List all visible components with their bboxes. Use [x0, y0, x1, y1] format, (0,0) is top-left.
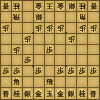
square-r5-c5[interactable]: 歩 [45, 45, 56, 56]
square-r2-c7[interactable] [66, 12, 77, 23]
piece-pawn-top[interactable]: 歩 [56, 23, 65, 33]
square-r6-c9[interactable] [88, 55, 99, 66]
square-r4-c1[interactable] [1, 34, 12, 45]
square-r6-c4[interactable] [34, 55, 45, 66]
square-r6-c8[interactable] [77, 55, 88, 66]
piece-pawn-top[interactable]: 歩 [12, 45, 21, 55]
square-r3-c6[interactable]: 歩 [55, 23, 66, 34]
square-r9-c9[interactable]: 香 [88, 88, 99, 99]
square-r6-c6[interactable] [55, 55, 66, 66]
square-r5-c7[interactable] [66, 45, 77, 56]
square-r6-c7[interactable] [66, 55, 77, 66]
piece-pawn-bottom[interactable]: 歩 [78, 66, 87, 76]
piece-pawn-bottom[interactable]: 歩 [45, 45, 54, 55]
square-r7-c3[interactable] [23, 66, 34, 77]
piece-silver-top[interactable]: 銀 [34, 12, 43, 22]
square-r8-c2[interactable]: 角 [12, 77, 23, 88]
square-r6-c3[interactable]: 歩 [23, 55, 34, 66]
piece-pawn-bottom[interactable]: 歩 [56, 66, 65, 76]
square-r4-c4[interactable] [34, 34, 45, 45]
square-r2-c1[interactable] [1, 12, 12, 23]
square-r3-c1[interactable]: 歩 [1, 23, 12, 34]
square-r7-c2[interactable]: 歩 [12, 66, 23, 77]
piece-pawn-top[interactable]: 歩 [23, 34, 32, 44]
piece-silver-bottom[interactable]: 銀 [23, 89, 32, 99]
square-r6-c1[interactable] [1, 55, 12, 66]
square-r8-c6[interactable] [55, 77, 66, 88]
square-r7-c6[interactable]: 歩 [55, 66, 66, 77]
square-r1-c9[interactable]: 香 [88, 1, 99, 12]
square-r4-c5[interactable] [45, 34, 56, 45]
square-r8-c8[interactable] [77, 77, 88, 88]
square-r9-c2[interactable]: 桂 [12, 88, 23, 99]
piece-bishop-top[interactable]: 角 [78, 12, 87, 22]
square-r2-c3[interactable] [23, 12, 34, 23]
square-r2-c4[interactable]: 銀 [34, 12, 45, 23]
piece-pawn-top[interactable]: 歩 [89, 23, 98, 33]
square-r4-c2[interactable] [12, 34, 23, 45]
square-r4-c6[interactable] [55, 34, 66, 45]
piece-pawn-bottom[interactable]: 歩 [12, 66, 21, 76]
piece-gold-top[interactable]: 金 [56, 1, 65, 11]
piece-king-top[interactable]: 王 [45, 1, 54, 11]
piece-pawn-bottom[interactable]: 歩 [34, 66, 43, 76]
shogi-board: 香桂金王金銀桂香飛銀角歩歩歩歩歩歩歩歩歩歩歩歩歩歩歩歩歩歩角飛香桂銀金玉金銀桂香 [0, 0, 100, 100]
square-r1-c3[interactable] [23, 1, 34, 12]
piece-king-bottom[interactable]: 玉 [45, 89, 54, 99]
piece-pawn-top[interactable]: 歩 [78, 23, 87, 33]
square-r7-c9[interactable]: 歩 [88, 66, 99, 77]
piece-lance-top[interactable]: 香 [1, 1, 10, 11]
square-r7-c1[interactable]: 歩 [1, 66, 12, 77]
piece-pawn-top[interactable]: 歩 [45, 23, 54, 33]
square-r8-c7[interactable] [66, 77, 77, 88]
square-r8-c1[interactable] [1, 77, 12, 88]
square-r9-c4[interactable]: 金 [34, 88, 45, 99]
square-r5-c2[interactable]: 歩 [12, 45, 23, 56]
square-r8-c3[interactable] [23, 77, 34, 88]
square-r6-c5[interactable] [45, 55, 56, 66]
piece-gold-top[interactable]: 金 [34, 1, 43, 11]
piece-knight-top[interactable]: 桂 [78, 1, 87, 11]
square-r9-c8[interactable]: 桂 [77, 88, 88, 99]
piece-pawn-bottom[interactable]: 歩 [1, 66, 10, 76]
piece-knight-bottom[interactable]: 桂 [78, 89, 87, 99]
square-r8-c9[interactable] [88, 77, 99, 88]
square-r1-c1[interactable]: 香 [1, 1, 12, 12]
square-r3-c2[interactable] [12, 23, 23, 34]
square-r4-c7[interactable]: 歩 [66, 34, 77, 45]
square-r5-c9[interactable] [88, 45, 99, 56]
square-r1-c4[interactable]: 金 [34, 1, 45, 12]
square-r1-c5[interactable]: 王 [45, 1, 56, 12]
piece-pawn-bottom[interactable]: 歩 [23, 55, 32, 65]
piece-gold-bottom[interactable]: 金 [56, 89, 65, 99]
square-r1-c8[interactable]: 桂 [77, 1, 88, 12]
piece-pawn-bottom[interactable]: 歩 [89, 66, 98, 76]
square-r8-c4[interactable] [34, 77, 45, 88]
square-r2-c8[interactable]: 角 [77, 12, 88, 23]
square-r7-c7[interactable]: 歩 [66, 66, 77, 77]
square-r2-c6[interactable] [55, 12, 66, 23]
square-r9-c1[interactable]: 香 [1, 88, 12, 99]
square-r3-c7[interactable] [66, 23, 77, 34]
square-r4-c9[interactable] [88, 34, 99, 45]
piece-rook-top[interactable]: 飛 [12, 12, 21, 22]
square-r5-c1[interactable] [1, 45, 12, 56]
piece-silver-bottom[interactable]: 銀 [67, 89, 76, 99]
square-r1-c7[interactable]: 銀 [66, 1, 77, 12]
square-r9-c3[interactable]: 銀 [23, 88, 34, 99]
square-r7-c4[interactable]: 歩 [34, 66, 45, 77]
piece-lance-bottom[interactable]: 香 [89, 89, 98, 99]
piece-silver-top[interactable]: 銀 [67, 1, 76, 11]
square-r5-c6[interactable] [55, 45, 66, 56]
square-r4-c8[interactable] [77, 34, 88, 45]
piece-rook-bottom[interactable]: 飛 [45, 77, 54, 87]
square-r9-c6[interactable]: 金 [55, 88, 66, 99]
square-r2-c9[interactable] [88, 12, 99, 23]
piece-gold-bottom[interactable]: 金 [34, 89, 43, 99]
piece-knight-top[interactable]: 桂 [12, 1, 21, 11]
square-r3-c5[interactable]: 歩 [45, 23, 56, 34]
piece-bishop-bottom[interactable]: 角 [12, 77, 21, 87]
square-r9-c7[interactable]: 銀 [66, 88, 77, 99]
square-r3-c8[interactable]: 歩 [77, 23, 88, 34]
square-r8-c5[interactable]: 飛 [45, 77, 56, 88]
square-r1-c2[interactable]: 桂 [12, 1, 23, 12]
piece-knight-bottom[interactable]: 桂 [12, 89, 21, 99]
square-r4-c3[interactable]: 歩 [23, 34, 34, 45]
piece-pawn-top[interactable]: 歩 [1, 23, 10, 33]
square-r7-c8[interactable]: 歩 [77, 66, 88, 77]
shogi-board-wrap: 香桂金王金銀桂香飛銀角歩歩歩歩歩歩歩歩歩歩歩歩歩歩歩歩歩歩角飛香桂銀金玉金銀桂香 [0, 0, 100, 100]
square-r7-c5[interactable] [45, 66, 56, 77]
square-r5-c3[interactable] [23, 45, 34, 56]
square-r5-c4[interactable] [34, 45, 45, 56]
square-r6-c2[interactable] [12, 55, 23, 66]
piece-lance-bottom[interactable]: 香 [1, 89, 10, 99]
piece-pawn-top[interactable]: 歩 [67, 34, 76, 44]
square-r3-c4[interactable]: 歩 [34, 23, 45, 34]
square-r1-c6[interactable]: 金 [55, 1, 66, 12]
piece-lance-top[interactable]: 香 [89, 1, 98, 11]
square-r3-c9[interactable]: 歩 [88, 23, 99, 34]
square-r9-c5[interactable]: 玉 [45, 88, 56, 99]
piece-pawn-top[interactable]: 歩 [34, 23, 43, 33]
square-r2-c2[interactable]: 飛 [12, 12, 23, 23]
square-r5-c8[interactable] [77, 45, 88, 56]
square-r3-c3[interactable] [23, 23, 34, 34]
piece-pawn-bottom[interactable]: 歩 [67, 66, 76, 76]
square-r2-c5[interactable] [45, 12, 56, 23]
